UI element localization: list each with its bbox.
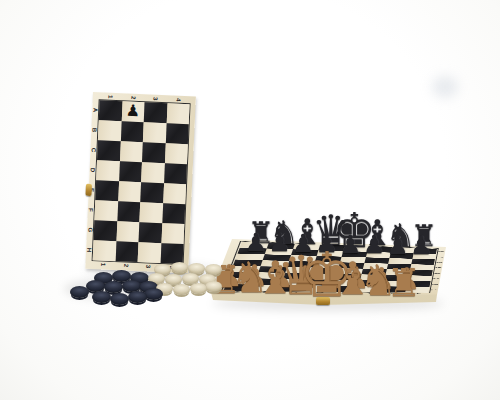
board-rank-label: 8 <box>437 251 445 252</box>
light-checker-piece <box>173 284 190 295</box>
board-square <box>357 286 383 292</box>
board-square <box>381 286 406 292</box>
board-file-label: B <box>260 291 270 293</box>
folded-row-label: B <box>91 128 97 133</box>
board-rank-label: 5 <box>434 267 442 268</box>
folded-board-square <box>139 202 162 223</box>
chess-set-product-photo: ♟ ABCDEFGH12341234 ABCDEFGH12345678 ♜♞♝♛… <box>0 0 500 400</box>
folded-board-square <box>120 121 143 142</box>
folded-bottom-label: 3 <box>145 265 151 269</box>
dark-checkers-shadow <box>64 278 156 300</box>
folded-chess-board: ♟ ABCDEFGH12341234 <box>85 92 196 273</box>
board-square <box>306 285 334 291</box>
folded-board-grid: ♟ <box>93 100 190 264</box>
board-file-label: C <box>287 292 297 294</box>
folded-board-square <box>138 242 161 263</box>
light-checker-piece <box>190 283 207 294</box>
dark-checker-piece <box>112 270 131 282</box>
folded-board-square <box>141 162 164 183</box>
light-checker-piece <box>165 274 182 285</box>
folded-board-square <box>95 180 118 201</box>
dark-checker-piece <box>139 281 158 293</box>
folded-row-label: D <box>90 168 96 173</box>
board-file-label: G <box>389 293 398 295</box>
folded-bottom-label: 4 <box>168 266 174 270</box>
folded-board-square <box>143 122 166 143</box>
folded-top-label: 1 <box>107 95 113 99</box>
open-board-clasp-icon <box>316 297 330 305</box>
board-file-label: F <box>364 293 373 294</box>
board-rank-label: 7 <box>436 256 444 257</box>
folded-row-label: H <box>86 248 92 253</box>
folded-row-label: F <box>88 208 94 212</box>
board-square <box>405 287 429 293</box>
folded-board-square <box>99 100 122 121</box>
dark-checker-piece <box>92 291 111 303</box>
dark-checker-piece <box>128 291 147 303</box>
folded-top-label: 3 <box>152 97 158 101</box>
chess-pieces-layer: ♜♞♝♛♚♝♞♜♟♟♟♟♟♟♟♟♟♟♟♟♟♟♟♟♜♞♝♛♚♝♞♜ <box>0 0 500 400</box>
board-square <box>279 285 307 291</box>
open-board-side <box>0 0 500 400</box>
dark-checker-piece <box>70 286 89 298</box>
folded-board-square <box>119 161 142 182</box>
folded-board-square <box>94 220 117 241</box>
open-board-shadow <box>212 296 444 311</box>
folded-board-square <box>160 243 183 264</box>
light-checker-piece <box>188 263 205 274</box>
folded-row-label: G <box>87 228 93 233</box>
folded-bottom-label: 1 <box>100 263 106 267</box>
light-checker-piece <box>182 273 199 284</box>
folded-board-square <box>117 201 140 222</box>
board-file-label: E <box>339 292 348 294</box>
folded-board-square <box>118 181 141 202</box>
folded-board-square <box>165 123 188 144</box>
folded-board-square <box>120 141 143 162</box>
folded-board-square <box>116 221 139 242</box>
folded-board-coordinates: ABCDEFGH12341234 <box>93 92 196 96</box>
folded-board-square <box>98 120 121 141</box>
folded-row-label: A <box>92 108 98 113</box>
open-board-side-face <box>0 0 500 400</box>
folded-row-label: C <box>91 148 97 153</box>
folded-board-square <box>164 143 187 164</box>
board-rank-label: 2 <box>430 284 438 285</box>
folded-board-clasp-icon <box>85 184 92 196</box>
folded-board-square <box>115 241 138 262</box>
dark-checker-piece <box>86 280 105 292</box>
checkers-piles <box>0 0 500 400</box>
folded-top-label: 4 <box>175 98 181 102</box>
pawn-logo-icon: ♟ <box>125 103 140 120</box>
folded-board-square <box>97 140 120 161</box>
board-square <box>224 284 254 291</box>
board-rank-label: 6 <box>435 262 443 263</box>
folded-board-square: ♟ <box>121 101 144 122</box>
board-square <box>252 285 281 292</box>
folded-board-square <box>144 102 167 123</box>
folded-board-square <box>93 240 116 261</box>
light-checker-piece <box>148 273 165 284</box>
background-smudge <box>432 76 458 98</box>
folded-board-square <box>96 160 119 181</box>
folded-board-square <box>161 223 184 244</box>
folded-top-label: 2 <box>130 96 136 100</box>
board-file-label: H <box>412 293 421 295</box>
board-square <box>332 286 359 292</box>
open-chess-board: ABCDEFGH12345678 <box>211 239 446 295</box>
folded-board-square <box>166 103 189 124</box>
board-file-label: A <box>232 291 243 293</box>
board-rank-label: 4 <box>433 272 441 273</box>
board-rank-label: 1 <box>429 289 437 290</box>
dark-checker-piece <box>130 272 149 284</box>
dark-checker-piece <box>104 281 123 293</box>
light-checker-piece <box>156 283 173 294</box>
folded-board-square <box>140 182 163 203</box>
folded-board-square <box>138 222 161 243</box>
folded-bottom-label: 2 <box>123 264 129 268</box>
dark-checker-piece <box>144 288 163 300</box>
folded-board-square <box>162 203 185 224</box>
board-rank-label: 3 <box>431 278 439 279</box>
folded-board-square <box>142 142 165 163</box>
dark-checker-piece <box>122 280 141 292</box>
dark-checker-piece <box>110 293 129 305</box>
folded-board-square <box>164 163 187 184</box>
folded-board-square <box>163 183 186 204</box>
dark-checker-piece <box>94 272 113 284</box>
folded-board-square <box>94 200 117 221</box>
board-file-label: D <box>314 292 324 294</box>
